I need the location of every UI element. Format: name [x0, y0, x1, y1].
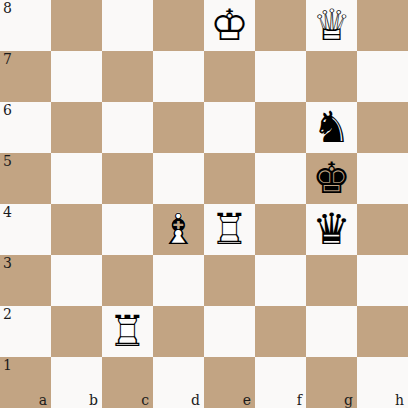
square-h4[interactable]	[357, 204, 408, 255]
square-f1[interactable]: f	[255, 357, 306, 408]
black-king-glyph: ♚	[306, 153, 357, 204]
piece-white-king[interactable]: ♚♔	[204, 0, 255, 51]
square-f7[interactable]	[255, 51, 306, 102]
square-a5[interactable]: 5	[0, 153, 51, 204]
piece-white-queen[interactable]: ♛♕	[306, 0, 357, 51]
square-c8[interactable]	[102, 0, 153, 51]
square-b8[interactable]	[51, 0, 102, 51]
square-b1[interactable]: b	[51, 357, 102, 408]
square-b7[interactable]	[51, 51, 102, 102]
square-h2[interactable]	[357, 306, 408, 357]
square-h1[interactable]: h	[357, 357, 408, 408]
square-d2[interactable]	[153, 306, 204, 357]
square-h8[interactable]	[357, 0, 408, 51]
square-b6[interactable]	[51, 102, 102, 153]
square-e5[interactable]	[204, 153, 255, 204]
square-a6[interactable]: 6	[0, 102, 51, 153]
square-g8[interactable]: ♛♕	[306, 0, 357, 51]
file-label-a: a	[39, 393, 47, 408]
file-label-b: b	[89, 393, 98, 408]
black-queen-glyph: ♛	[306, 204, 357, 255]
square-h3[interactable]	[357, 255, 408, 306]
square-f8[interactable]	[255, 0, 306, 51]
white-rook-outline-glyph: ♖	[204, 204, 255, 255]
rank-label-5: 5	[3, 153, 12, 169]
square-h7[interactable]	[357, 51, 408, 102]
square-e1[interactable]: e	[204, 357, 255, 408]
square-b3[interactable]	[51, 255, 102, 306]
square-d6[interactable]	[153, 102, 204, 153]
rank-label-7: 7	[3, 51, 12, 67]
square-f6[interactable]	[255, 102, 306, 153]
square-d7[interactable]	[153, 51, 204, 102]
square-c3[interactable]	[102, 255, 153, 306]
square-b4[interactable]	[51, 204, 102, 255]
piece-black-knight[interactable]: ♞	[306, 102, 357, 153]
file-label-h: h	[395, 393, 404, 408]
square-d8[interactable]	[153, 0, 204, 51]
square-f2[interactable]	[255, 306, 306, 357]
white-queen-outline-glyph: ♕	[306, 0, 357, 51]
square-g1[interactable]: g	[306, 357, 357, 408]
rank-label-1: 1	[3, 357, 12, 373]
file-label-c: c	[141, 393, 149, 408]
square-h5[interactable]	[357, 153, 408, 204]
rank-label-2: 2	[3, 306, 12, 322]
square-a2[interactable]: 2	[0, 306, 51, 357]
square-c2[interactable]: ♜♖	[102, 306, 153, 357]
square-e4[interactable]: ♜♖	[204, 204, 255, 255]
black-knight-glyph: ♞	[306, 102, 357, 153]
square-c4[interactable]	[102, 204, 153, 255]
rank-label-6: 6	[3, 102, 12, 118]
chess-board: 8♚♔♛♕76♞5♚4♝♗♜♖♛32♜♖1abcdefgh	[0, 0, 408, 408]
piece-white-rook[interactable]: ♜♖	[204, 204, 255, 255]
piece-white-bishop[interactable]: ♝♗	[153, 204, 204, 255]
square-g4[interactable]: ♛	[306, 204, 357, 255]
white-bishop-outline-glyph: ♗	[153, 204, 204, 255]
piece-black-king[interactable]: ♚	[306, 153, 357, 204]
square-d4[interactable]: ♝♗	[153, 204, 204, 255]
square-c5[interactable]	[102, 153, 153, 204]
square-f4[interactable]	[255, 204, 306, 255]
square-b2[interactable]	[51, 306, 102, 357]
square-d5[interactable]	[153, 153, 204, 204]
square-a7[interactable]: 7	[0, 51, 51, 102]
file-label-g: g	[344, 393, 353, 408]
square-g5[interactable]: ♚	[306, 153, 357, 204]
square-d3[interactable]	[153, 255, 204, 306]
square-e7[interactable]	[204, 51, 255, 102]
square-e8[interactable]: ♚♔	[204, 0, 255, 51]
file-label-f: f	[297, 393, 302, 408]
square-f5[interactable]	[255, 153, 306, 204]
square-a1[interactable]: 1a	[0, 357, 51, 408]
square-h6[interactable]	[357, 102, 408, 153]
piece-white-rook[interactable]: ♜♖	[102, 306, 153, 357]
square-c7[interactable]	[102, 51, 153, 102]
rank-label-4: 4	[3, 204, 12, 220]
square-c6[interactable]	[102, 102, 153, 153]
file-label-e: e	[243, 393, 251, 408]
square-a3[interactable]: 3	[0, 255, 51, 306]
piece-black-queen[interactable]: ♛	[306, 204, 357, 255]
white-king-outline-glyph: ♔	[204, 0, 255, 51]
square-c1[interactable]: c	[102, 357, 153, 408]
square-e6[interactable]	[204, 102, 255, 153]
square-g7[interactable]	[306, 51, 357, 102]
square-e3[interactable]	[204, 255, 255, 306]
rank-label-3: 3	[3, 255, 12, 271]
square-g6[interactable]: ♞	[306, 102, 357, 153]
square-e2[interactable]	[204, 306, 255, 357]
square-a8[interactable]: 8	[0, 0, 51, 51]
square-g3[interactable]	[306, 255, 357, 306]
file-label-d: d	[191, 393, 200, 408]
square-d1[interactable]: d	[153, 357, 204, 408]
square-f3[interactable]	[255, 255, 306, 306]
square-a4[interactable]: 4	[0, 204, 51, 255]
rank-label-8: 8	[3, 0, 12, 16]
square-g2[interactable]	[306, 306, 357, 357]
square-b5[interactable]	[51, 153, 102, 204]
white-rook-outline-glyph: ♖	[102, 306, 153, 357]
